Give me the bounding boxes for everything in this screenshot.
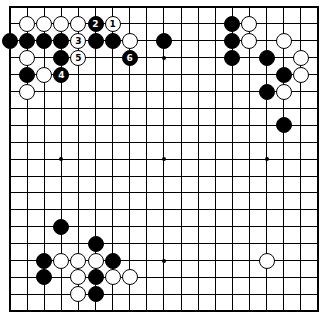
stone-black: 4 bbox=[53, 67, 69, 83]
stone-white bbox=[241, 16, 257, 32]
stone-black bbox=[36, 269, 52, 285]
move-number: 1 bbox=[109, 15, 115, 31]
stone-black bbox=[259, 84, 275, 100]
stone-white bbox=[276, 33, 292, 49]
stone-white bbox=[293, 50, 309, 66]
stone-white bbox=[19, 16, 35, 32]
stone-black bbox=[19, 67, 35, 83]
stone-white bbox=[36, 67, 52, 83]
move-number: 4 bbox=[58, 66, 64, 82]
stone-white bbox=[122, 33, 138, 49]
stone-black bbox=[88, 269, 104, 285]
stone-white bbox=[122, 269, 138, 285]
move-number: 5 bbox=[75, 49, 81, 65]
stone-black bbox=[224, 16, 240, 32]
stone-black bbox=[53, 33, 69, 49]
grid-line-vertical bbox=[283, 6, 284, 312]
stone-black bbox=[105, 33, 121, 49]
grid-line-vertical bbox=[181, 6, 182, 312]
star-point bbox=[59, 157, 63, 161]
grid-line-horizontal bbox=[9, 277, 319, 278]
star-point bbox=[162, 157, 166, 161]
stone-white bbox=[70, 16, 86, 32]
move-number: 6 bbox=[127, 49, 133, 65]
grid-line-vertical bbox=[215, 6, 216, 312]
stone-white: 1 bbox=[105, 16, 121, 32]
go-board: 213564 bbox=[0, 0, 327, 321]
stone-white bbox=[70, 253, 86, 269]
stone-black bbox=[276, 117, 292, 133]
stone-white bbox=[105, 269, 121, 285]
stone-white bbox=[70, 269, 86, 285]
grid-line-horizontal bbox=[9, 310, 319, 312]
stone-black: 2 bbox=[88, 16, 104, 32]
stone-white bbox=[293, 67, 309, 83]
stone-black bbox=[224, 50, 240, 66]
stone-white: 5 bbox=[70, 50, 86, 66]
grid-line-vertical bbox=[249, 6, 250, 312]
stone-white bbox=[70, 286, 86, 302]
stone-black bbox=[259, 50, 275, 66]
stone-black bbox=[88, 286, 104, 302]
stone-black bbox=[88, 33, 104, 49]
stone-black bbox=[36, 253, 52, 269]
grid-line-vertical bbox=[317, 6, 319, 312]
stone-white bbox=[259, 253, 275, 269]
stone-black bbox=[224, 33, 240, 49]
stone-black bbox=[276, 67, 292, 83]
star-point bbox=[162, 259, 166, 263]
grid-line-horizontal bbox=[9, 294, 319, 295]
stone-white bbox=[53, 253, 69, 269]
stone-black bbox=[36, 33, 52, 49]
stone-black bbox=[156, 33, 172, 49]
stone-black bbox=[53, 219, 69, 235]
grid-line-horizontal bbox=[9, 209, 319, 210]
stone-white: 3 bbox=[70, 33, 86, 49]
stone-white bbox=[88, 253, 104, 269]
stone-white bbox=[276, 84, 292, 100]
stone-black: 6 bbox=[122, 50, 138, 66]
stone-white bbox=[19, 84, 35, 100]
move-number: 2 bbox=[92, 15, 98, 31]
grid-line-horizontal bbox=[9, 243, 319, 244]
star-point bbox=[265, 157, 269, 161]
stone-black bbox=[19, 33, 35, 49]
stone-white bbox=[241, 33, 257, 49]
stone-black bbox=[2, 33, 18, 49]
stone-black bbox=[88, 236, 104, 252]
stone-black bbox=[53, 50, 69, 66]
grid-line-vertical bbox=[198, 6, 199, 312]
move-number: 3 bbox=[75, 32, 81, 48]
stone-black bbox=[105, 253, 121, 269]
star-point bbox=[162, 56, 166, 60]
grid-line-horizontal bbox=[9, 192, 319, 193]
stone-white bbox=[19, 50, 35, 66]
stone-white bbox=[53, 16, 69, 32]
stone-white bbox=[36, 16, 52, 32]
grid-line-horizontal bbox=[9, 176, 319, 177]
